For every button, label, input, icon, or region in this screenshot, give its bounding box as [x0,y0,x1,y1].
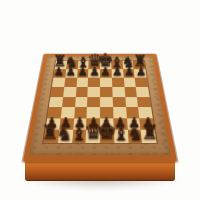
white-pawn: ♟ [114,116,127,130]
square-e8: ♚ [100,61,111,69]
square-e2: ♟ [100,118,114,130]
square-c4 [74,97,87,107]
square-b8: ♞ [66,61,78,69]
square-b2: ♟ [59,118,74,130]
square-d6 [88,78,100,87]
square-b3 [60,107,74,118]
chess-set-photo: ♜♞♝♛♚♝♞♜♟♟♟♟♟♟♟♟♟♟♟♟♟♟♟♟♜♞♝♛♚♝♞♜ [0,0,200,200]
square-f4 [112,97,125,107]
square-g6 [123,78,136,87]
square-h8: ♜ [133,61,145,69]
square-e4 [100,97,113,107]
black-bishop: ♝ [76,54,89,69]
square-c3 [74,107,88,118]
square-d1: ♛ [86,130,100,143]
square-h6 [135,78,148,87]
white-pawn: ♟ [87,116,100,130]
square-e3 [100,107,113,118]
white-pawn: ♟ [128,116,141,130]
white-pawn: ♟ [60,116,73,130]
square-f3 [113,107,127,118]
white-pawn: ♟ [46,116,59,130]
white-pawn: ♟ [73,116,86,130]
square-c7: ♟ [77,69,89,78]
square-a5 [51,87,64,97]
square-g4 [125,97,139,107]
case-top: ♜♞♝♛♚♝♞♜♟♟♟♟♟♟♟♟♟♟♟♟♟♟♟♟♜♞♝♛♚♝♞♜ [23,54,178,162]
square-d4 [87,97,100,107]
chess-board: ♜♞♝♛♚♝♞♜♟♟♟♟♟♟♟♟♟♟♟♟♟♟♟♟♜♞♝♛♚♝♞♜ [44,61,157,143]
square-h7: ♟ [134,69,147,78]
square-c2: ♟ [73,118,87,130]
square-c1: ♝ [72,130,87,143]
square-f8: ♝ [111,61,123,69]
square-g3 [126,107,140,118]
square-f2: ♟ [113,118,127,130]
square-g1: ♞ [127,130,142,143]
square-g5 [124,87,137,97]
white-rook: ♜ [42,123,60,143]
board-frame: ♜♞♝♛♚♝♞♜♟♟♟♟♟♟♟♟♟♟♟♟♟♟♟♟♜♞♝♛♚♝♞♜ [29,56,170,155]
square-f5 [112,87,125,97]
square-g7: ♟ [123,69,135,78]
square-f7: ♟ [111,69,123,78]
square-h3 [138,107,152,118]
square-e6 [100,78,112,87]
square-d3 [87,107,100,118]
square-f1: ♝ [114,130,129,143]
square-b5 [63,87,76,97]
square-g2: ♟ [126,118,141,130]
square-d5 [88,87,100,97]
square-e5 [100,87,112,97]
black-rook: ♜ [133,53,147,69]
square-c5 [75,87,88,97]
square-e7: ♟ [100,69,112,78]
square-b7: ♟ [65,69,77,78]
square-d7: ♟ [88,69,100,78]
square-c6 [76,78,88,87]
square-h1: ♜ [141,130,157,143]
square-d8: ♛ [89,61,100,69]
square-f6 [112,78,124,87]
square-c8: ♝ [77,61,89,69]
square-d2: ♟ [86,118,100,130]
white-pawn: ♟ [141,116,154,130]
square-e1: ♚ [100,130,114,143]
black-knight: ♞ [65,54,78,69]
square-h2: ♟ [140,118,155,130]
square-b6 [64,78,77,87]
square-b1: ♞ [58,130,73,143]
square-h4 [137,97,151,107]
square-b4 [62,97,76,107]
white-pawn: ♟ [101,116,114,130]
white-rook: ♜ [141,123,159,143]
square-h5 [136,87,149,97]
